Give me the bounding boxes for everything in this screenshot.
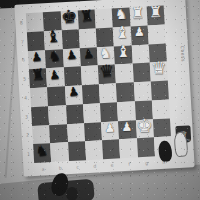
square-d7[interactable] bbox=[79, 28, 97, 48]
square-c2[interactable] bbox=[67, 123, 85, 143]
black-knight[interactable]: ♞ bbox=[47, 48, 61, 63]
square-f6[interactable]: ♝ bbox=[114, 45, 132, 65]
file-label-g: g bbox=[138, 157, 156, 168]
square-g1[interactable] bbox=[136, 138, 154, 158]
square-b1[interactable] bbox=[50, 142, 68, 162]
square-d4[interactable] bbox=[82, 84, 100, 104]
board: ♚♜♞♜♜♝♝♟♟♞♟♟♞♝♜♟♛♛♟♟♟♚♞ bbox=[26, 6, 172, 163]
black-rook[interactable]: ♜ bbox=[30, 67, 45, 84]
file-label-d: d bbox=[86, 160, 104, 171]
chess-mat: 87654321 abcdefgh Chess ♛ ® ♚♜♞♜♜♝♝♟♟♞♟♟… bbox=[14, 0, 194, 177]
white-pawn[interactable]: ♟ bbox=[134, 26, 145, 38]
file-label-b: b bbox=[51, 162, 69, 173]
square-h4[interactable] bbox=[151, 80, 169, 100]
square-b6[interactable]: ♞ bbox=[45, 49, 63, 69]
rank-label-8: 8 bbox=[17, 13, 26, 32]
black-queen[interactable]: ♛ bbox=[98, 62, 115, 81]
white-bishop[interactable]: ♝ bbox=[115, 25, 130, 41]
square-f2[interactable]: ♟ bbox=[118, 120, 136, 140]
square-c4[interactable]: ♟ bbox=[64, 85, 82, 105]
square-b4[interactable] bbox=[47, 86, 65, 106]
black-pawn[interactable]: ♟ bbox=[49, 68, 61, 81]
white-bishop[interactable]: ♝ bbox=[116, 44, 131, 60]
rank-label-7: 7 bbox=[18, 32, 27, 51]
square-d2[interactable] bbox=[84, 122, 102, 142]
rank-label-3: 3 bbox=[22, 107, 31, 126]
black-pawn[interactable]: ♟ bbox=[82, 47, 94, 60]
rank-label-2: 2 bbox=[23, 126, 32, 145]
white-king[interactable]: ♚ bbox=[136, 117, 153, 135]
black-king[interactable]: ♚ bbox=[60, 7, 78, 27]
white-rook[interactable]: ♜ bbox=[131, 6, 145, 21]
square-f5[interactable] bbox=[115, 64, 133, 84]
square-a5[interactable]: ♜ bbox=[29, 68, 47, 88]
square-f3[interactable] bbox=[117, 101, 135, 121]
file-label-e: e bbox=[103, 159, 121, 170]
captured-black-piece-upright bbox=[66, 187, 78, 200]
square-g4[interactable] bbox=[133, 81, 151, 101]
black-bishop[interactable]: ♝ bbox=[45, 28, 61, 46]
square-h5[interactable]: ♛ bbox=[150, 62, 168, 82]
square-e4[interactable] bbox=[99, 83, 117, 103]
rank-label-1: 1 bbox=[24, 144, 33, 163]
square-g2[interactable]: ♚ bbox=[135, 119, 153, 139]
white-knight[interactable]: ♞ bbox=[99, 46, 112, 60]
square-h8[interactable]: ♜ bbox=[146, 6, 164, 26]
square-g7[interactable]: ♟ bbox=[130, 25, 148, 45]
square-c7[interactable] bbox=[61, 29, 79, 49]
black-pawn[interactable]: ♟ bbox=[67, 85, 79, 98]
square-e8[interactable] bbox=[95, 8, 113, 28]
square-g8[interactable]: ♜ bbox=[129, 7, 147, 27]
square-a8[interactable] bbox=[26, 12, 44, 32]
square-c5[interactable] bbox=[63, 67, 81, 87]
square-a4[interactable] bbox=[30, 87, 48, 107]
white-queen[interactable]: ♛ bbox=[151, 60, 167, 77]
square-e1[interactable] bbox=[102, 140, 120, 160]
square-e5[interactable]: ♛ bbox=[98, 65, 116, 85]
rank-label-4: 4 bbox=[21, 88, 30, 107]
square-c1[interactable] bbox=[68, 141, 86, 161]
white-pawn[interactable]: ♟ bbox=[104, 122, 115, 134]
white-pawn[interactable]: ♟ bbox=[122, 121, 133, 133]
square-a1[interactable]: ♞ bbox=[33, 143, 51, 163]
square-d5[interactable] bbox=[81, 66, 99, 86]
registered-mark: ® bbox=[187, 138, 191, 142]
square-b5[interactable]: ♟ bbox=[46, 68, 64, 88]
black-pawn[interactable]: ♟ bbox=[65, 48, 77, 61]
square-d3[interactable] bbox=[83, 103, 101, 123]
black-knight[interactable]: ♞ bbox=[35, 142, 49, 157]
file-label-f: f bbox=[120, 158, 138, 169]
white-rook[interactable]: ♜ bbox=[148, 5, 162, 20]
black-rook[interactable]: ♜ bbox=[79, 8, 94, 25]
square-e2[interactable]: ♟ bbox=[101, 121, 119, 141]
brand-side-text: Chess bbox=[180, 45, 186, 62]
rank-label-6: 6 bbox=[19, 51, 28, 70]
square-c8[interactable]: ♚ bbox=[60, 10, 78, 30]
square-a3[interactable] bbox=[31, 106, 49, 126]
square-h2[interactable] bbox=[153, 118, 171, 138]
square-f4[interactable] bbox=[116, 82, 134, 102]
square-g6[interactable] bbox=[131, 44, 149, 64]
square-c3[interactable] bbox=[65, 104, 83, 124]
square-b3[interactable] bbox=[48, 105, 66, 125]
rank-label-5: 5 bbox=[20, 69, 29, 88]
square-a2[interactable] bbox=[32, 125, 50, 145]
square-c6[interactable]: ♟ bbox=[62, 48, 80, 68]
square-d8[interactable]: ♜ bbox=[77, 9, 95, 29]
square-h7[interactable] bbox=[147, 24, 165, 44]
square-b2[interactable] bbox=[49, 124, 67, 144]
square-d1[interactable] bbox=[85, 140, 103, 160]
square-f1[interactable] bbox=[119, 139, 137, 159]
black-pawn[interactable]: ♟ bbox=[31, 50, 43, 63]
square-e3[interactable] bbox=[100, 102, 118, 122]
file-label-a: a bbox=[34, 163, 52, 174]
square-h3[interactable] bbox=[152, 99, 170, 119]
white-knight[interactable]: ♞ bbox=[114, 7, 127, 21]
square-d6[interactable]: ♟ bbox=[80, 47, 98, 67]
square-g5[interactable] bbox=[132, 63, 150, 83]
file-label-c: c bbox=[69, 161, 87, 172]
square-a7[interactable] bbox=[27, 31, 45, 51]
